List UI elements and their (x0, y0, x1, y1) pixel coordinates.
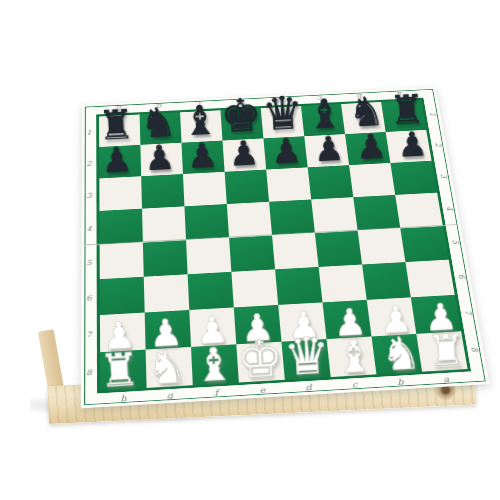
chess-board: hgfedcba hgfedcba 12345678 12345678 ♜♞♝♚… (81, 87, 490, 409)
pieces-layer: ♜♞♝♚♛♝♞♜♟♟♟♟♟♟♟♟♟♟♟♟♟♟♟♟♜♞♝♚♛♝♞♜ (96, 98, 471, 394)
white-queen[interactable]: ♛ (283, 333, 332, 383)
white-knight[interactable]: ♞ (142, 341, 192, 391)
black-pawn[interactable]: ♟ (306, 122, 350, 166)
black-pawn[interactable]: ♟ (348, 120, 392, 164)
rank-label: 4 (428, 202, 472, 214)
rank-label: 3 (423, 170, 466, 182)
white-bishop[interactable]: ♝ (189, 338, 239, 388)
white-rook[interactable]: ♜ (422, 325, 471, 374)
white-knight[interactable]: ♞ (376, 328, 425, 377)
rank-label: 4 (82, 211, 95, 245)
rank-label: 3 (83, 179, 96, 212)
black-pawn[interactable]: ♟ (94, 133, 139, 178)
rank-label: 1 (413, 109, 455, 120)
black-pawn[interactable]: ♟ (137, 131, 182, 176)
black-pawn[interactable]: ♟ (264, 124, 309, 168)
black-pawn[interactable]: ♟ (221, 126, 266, 171)
black-pawn[interactable]: ♟ (179, 128, 224, 173)
rank-label: 2 (418, 139, 460, 150)
white-king[interactable]: ♚ (236, 336, 285, 386)
rank-label: 8 (82, 352, 96, 391)
white-rook[interactable]: ♜ (94, 344, 144, 394)
product-photo: hgfedcba hgfedcba 12345678 12345678 ♜♞♝♚… (0, 0, 500, 500)
rank-label: 2 (83, 147, 96, 179)
white-bishop[interactable]: ♝ (329, 330, 378, 379)
rank-label: 5 (82, 245, 95, 280)
